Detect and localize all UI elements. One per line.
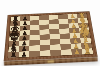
square-h3 <box>61 49 72 55</box>
chess-set-photo: ♜♟♟♜♞♟♟♞♝♟♟♝♛♟♟♛♚♟♟♚♝♟♟♝♞♟♟♞♜♟♟♜ <box>0 0 100 66</box>
white-rook: ♜ <box>83 47 92 55</box>
white-pawn: ♟ <box>73 49 80 56</box>
square-h4 <box>50 50 61 56</box>
square-h6 <box>29 51 40 57</box>
brass-clasp <box>47 60 54 63</box>
board-grid: ♜♟♟♜♞♟♟♞♝♟♟♝♛♟♟♛♚♟♟♚♝♟♟♝♞♟♟♞♜♟♟♜ <box>8 13 93 57</box>
black-pawn: ♟ <box>21 51 27 58</box>
square-h2: ♟ <box>71 49 82 55</box>
chess-board: ♜♟♟♜♞♟♟♞♝♟♟♝♛♟♟♛♚♟♟♚♝♟♟♝♞♟♟♞♜♟♟♜ <box>1 1 98 66</box>
square-h5 <box>40 50 51 56</box>
square-h7: ♟ <box>19 51 30 57</box>
black-rook: ♜ <box>9 50 17 58</box>
square-h1: ♜ <box>82 48 93 54</box>
square-h8: ♜ <box>8 52 19 58</box>
board-surface: ♜♟♟♜♞♟♟♞♝♟♟♝♛♟♟♛♚♟♟♚♝♟♟♝♞♟♟♞♜♟♟♜ <box>4 11 98 61</box>
